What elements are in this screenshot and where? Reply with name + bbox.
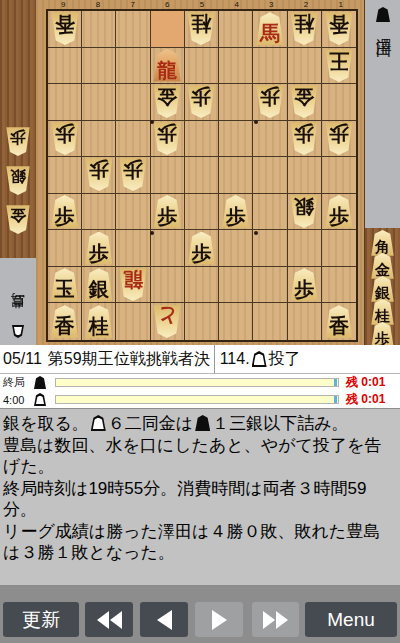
- info-divider: [214, 345, 215, 373]
- gote-player-name: 豊島: [9, 315, 27, 321]
- commentary-panel: 銀を取る。６二同金は１三銀以下詰み。豊島は数回、水を口にしたあと、やがて投了を告…: [0, 408, 400, 585]
- square-84: [82, 121, 116, 158]
- piece-glyph: 歩: [260, 87, 280, 107]
- gote-remaining-time: 残 0:01: [346, 391, 400, 408]
- sente-clock-label: 終局: [0, 375, 34, 390]
- square-53: 歩: [185, 84, 219, 121]
- piece-64: 歩: [152, 122, 182, 155]
- square-26: 銀: [288, 194, 322, 231]
- square-16: 歩: [322, 194, 356, 231]
- sente-remaining-time: 残 0:01: [346, 374, 400, 391]
- square-13: [322, 84, 356, 121]
- file-label: 4: [219, 0, 254, 9]
- square-12: 王: [322, 48, 356, 85]
- piece-26: 銀: [289, 195, 319, 228]
- sente-player-name: 澤田: [373, 26, 394, 34]
- square-78: 龍: [116, 267, 150, 304]
- refresh-button[interactable]: 更新: [3, 602, 79, 637]
- black-piece-icon: [376, 7, 390, 22]
- board-zone: 歩銀金 豊島 987654321 香桂馬桂香龍王金歩歩金歩歩歩歩歩歩歩歩歩銀歩歩…: [0, 0, 400, 345]
- square-79: [116, 303, 150, 340]
- piece-33: 歩: [255, 85, 285, 118]
- sente-player-panel: 澤田: [365, 0, 400, 228]
- white-piece-icon: [252, 351, 267, 367]
- piece-glyph: 桂: [191, 14, 211, 34]
- piece-12: 王: [324, 49, 354, 82]
- piece-glyph: 銀: [89, 279, 109, 299]
- square-89: 桂: [82, 303, 116, 340]
- star-point-2: [254, 120, 258, 124]
- square-18: [322, 267, 356, 304]
- piece-11: 香: [324, 12, 354, 45]
- gote-time-tick: [334, 396, 337, 403]
- piece-87: 歩: [84, 232, 114, 265]
- square-25: [288, 157, 322, 194]
- square-15: [322, 157, 356, 194]
- square-81: [82, 11, 116, 48]
- square-64: 歩: [151, 121, 185, 158]
- forward-button: [195, 602, 243, 637]
- rewind-button[interactable]: [85, 602, 133, 637]
- square-62: 龍: [151, 48, 185, 85]
- square-82: [82, 48, 116, 85]
- commentary-text: 終局時刻は19時55分。消費時間は両者３時間59分。: [3, 479, 367, 520]
- piece-98: 玉: [50, 268, 80, 301]
- square-49: [219, 303, 253, 340]
- piece-glyph: と: [157, 307, 177, 327]
- hand-piece-gote: 金: [5, 205, 31, 234]
- piece-glyph: 歩: [157, 206, 177, 226]
- square-66: 歩: [151, 194, 185, 231]
- square-94: 歩: [48, 121, 82, 158]
- piece-glyph: 歩: [329, 124, 349, 144]
- piece-glyph: 歩: [191, 87, 211, 107]
- arrow-l: [157, 610, 172, 630]
- piece-glyph: 歩: [89, 243, 109, 263]
- piece-glyph: 歩: [55, 206, 75, 226]
- piece-glyph: 歩: [329, 206, 349, 226]
- piece-glyph: 香: [329, 316, 349, 336]
- square-71: [116, 11, 150, 48]
- piece-glyph: 歩: [157, 124, 177, 144]
- square-22: [288, 48, 322, 85]
- square-59: [185, 303, 219, 340]
- square-57: 歩: [185, 230, 219, 267]
- piece-96: 歩: [50, 195, 80, 228]
- commentary-text: 豊島は数回、水を口にしたあと、やがて投了を告げた。: [3, 436, 381, 477]
- square-11: 香: [322, 11, 356, 48]
- piece-21: 桂: [289, 12, 319, 45]
- move-text: 投了: [269, 349, 301, 370]
- file-label: 6: [150, 0, 185, 9]
- file-label: 5: [185, 0, 220, 9]
- back-button[interactable]: [140, 602, 188, 637]
- piece-85: 歩: [84, 158, 114, 191]
- left-icon: [157, 610, 172, 630]
- shogi-piece: 歩: [5, 127, 31, 156]
- piece-69: と: [152, 305, 182, 338]
- square-75: 歩: [116, 157, 150, 194]
- square-77: [116, 230, 150, 267]
- file-label: 3: [254, 0, 289, 9]
- square-93: [48, 84, 82, 121]
- piece-glyph: 龍: [123, 270, 143, 290]
- commentary-line: 銀を取る。６二同金は１三銀以下詰み。: [3, 413, 397, 435]
- sente-time-bar: [55, 378, 339, 387]
- sente-sidebar: 澤田 角金銀桂歩: [364, 0, 400, 345]
- square-74: [116, 121, 150, 158]
- piece-14: 歩: [324, 122, 354, 155]
- white-piece-icon: [34, 393, 46, 406]
- piece-23: 金: [289, 85, 319, 118]
- square-31: 馬: [253, 11, 287, 48]
- double-right-icon: [263, 611, 288, 629]
- commentary-line: 豊島は数回、水を口にしたあと、やがて投了を告げた。: [3, 435, 397, 478]
- square-23: 金: [288, 84, 322, 121]
- square-34: [253, 121, 287, 158]
- square-51: 桂: [185, 11, 219, 48]
- square-41: [219, 11, 253, 48]
- piece-glyph: 香: [55, 316, 75, 336]
- arrow-r: [212, 610, 227, 630]
- shogi-kifu-app: 歩銀金 豊島 987654321 香桂馬桂香龍王金歩歩金歩歩歩歩歩歩歩歩歩銀歩歩…: [0, 0, 400, 643]
- arrow-r: [263, 611, 275, 629]
- square-46: 歩: [219, 194, 253, 231]
- piece-glyph: 歩: [226, 206, 246, 226]
- square-35: [253, 157, 287, 194]
- square-61: [151, 11, 185, 48]
- piece-glyph: 金: [10, 207, 26, 223]
- piece-99: 香: [50, 305, 80, 338]
- sente-player-block: 澤田: [365, 0, 400, 228]
- square-86: [82, 194, 116, 231]
- square-45: [219, 157, 253, 194]
- square-55: [185, 157, 219, 194]
- square-43: [219, 84, 253, 121]
- commentary-text: １三銀以下詰み。: [212, 414, 348, 433]
- star-point-1: [150, 120, 154, 124]
- square-24: 歩: [288, 121, 322, 158]
- gote-clock-row: 4:00 残 0:01: [0, 391, 400, 408]
- square-87: 歩: [82, 230, 116, 267]
- piece-63: 金: [152, 85, 182, 118]
- event-title: 第59期王位戦挑戦者決: [48, 349, 210, 370]
- shogi-piece: 銀: [5, 166, 31, 195]
- piece-78: 龍: [118, 268, 148, 301]
- piece-glyph: 桂: [294, 14, 314, 34]
- square-65: [151, 157, 185, 194]
- white-piece-icon: [12, 325, 24, 338]
- file-labels: 987654321: [46, 0, 358, 9]
- square-69: と: [151, 303, 185, 340]
- square-19: 香: [322, 303, 356, 340]
- right-icon: [212, 610, 227, 630]
- piece-glyph: 玉: [55, 279, 75, 299]
- piece-89: 桂: [84, 305, 114, 338]
- piece-glyph: 歩: [89, 160, 109, 180]
- file-label: 8: [81, 0, 116, 9]
- star-point-4: [254, 231, 258, 235]
- file-label: 9: [46, 0, 81, 9]
- sente-time-tick: [334, 379, 337, 386]
- square-91: 香: [48, 11, 82, 48]
- arrow-l: [110, 611, 122, 629]
- square-32: [253, 48, 287, 85]
- file-label: 2: [289, 0, 324, 9]
- bottom-toolbar: 更新Menu: [0, 585, 400, 643]
- square-63: 金: [151, 84, 185, 121]
- piece-62: 龍: [152, 49, 182, 82]
- square-72: [116, 48, 150, 85]
- square-96: 歩: [48, 194, 82, 231]
- piece-glyph: 歩: [191, 243, 211, 263]
- piece-glyph: 歩: [294, 279, 314, 299]
- square-17: [322, 230, 356, 267]
- square-37: [253, 230, 287, 267]
- hand-piece-gote: 銀: [5, 166, 31, 195]
- piece-glyph: 歩: [123, 160, 143, 180]
- piece-glyph: 金: [294, 87, 314, 107]
- square-36: [253, 194, 287, 231]
- square-99: 香: [48, 303, 82, 340]
- square-68: [151, 267, 185, 304]
- gote-sidebar: 歩銀金 豊島: [0, 0, 37, 345]
- black-piece-icon: [34, 376, 46, 389]
- square-83: [82, 84, 116, 121]
- gote-player-panel: 豊島: [0, 258, 36, 345]
- square-54: [185, 121, 219, 158]
- square-28: 歩: [288, 267, 322, 304]
- commentary-line: 終局時刻は19時55分。消費時間は両者３時間59分。: [3, 478, 397, 521]
- move-number: 114.: [220, 350, 250, 368]
- piece-19: 香: [324, 305, 354, 338]
- square-56: [185, 194, 219, 231]
- square-67: [151, 230, 185, 267]
- commentary-text: ６二同金は: [108, 414, 193, 433]
- piece-88: 銀: [84, 268, 114, 301]
- game-date: 05/11: [0, 350, 48, 368]
- piece-57: 歩: [186, 232, 216, 265]
- piece-glyph: 桂: [89, 316, 109, 336]
- piece-glyph: 香: [329, 14, 349, 34]
- board-panel: 987654321 香桂馬桂香龍王金歩歩金歩歩歩歩歩歩歩歩歩銀歩歩歩玉銀龍歩香桂…: [36, 0, 364, 345]
- black-piece-icon: [195, 415, 210, 431]
- square-52: [185, 48, 219, 85]
- refresh-label: 更新: [22, 607, 60, 633]
- square-97: [48, 230, 82, 267]
- piece-glyph: 馬: [260, 23, 280, 43]
- piece-51: 桂: [186, 12, 216, 45]
- square-47: [219, 230, 253, 267]
- piece-24: 歩: [289, 122, 319, 155]
- piece-glyph: 龍: [157, 60, 177, 80]
- piece-66: 歩: [152, 195, 182, 228]
- commentary-text: 銀を取る。: [3, 414, 89, 433]
- piece-31: 馬: [255, 12, 285, 45]
- board-grid: 香桂馬桂香龍王金歩歩金歩歩歩歩歩歩歩歩歩銀歩歩歩玉銀龍歩香桂と香: [46, 9, 358, 342]
- square-95: [48, 157, 82, 194]
- piece-28: 歩: [289, 268, 319, 301]
- file-label: 7: [115, 0, 150, 9]
- info-bar: 05/11 第59期王位戦挑戦者決 114. 投了: [0, 345, 400, 374]
- piece-glyph: 王: [329, 51, 349, 71]
- piece-glyph: 金: [157, 87, 177, 107]
- piece-16: 歩: [324, 195, 354, 228]
- square-73: [116, 84, 150, 121]
- square-29: [288, 303, 322, 340]
- piece-glyph: 歩: [10, 129, 26, 145]
- square-38: [253, 267, 287, 304]
- square-92: [48, 48, 82, 85]
- sente-clock-row: 終局 残 0:01: [0, 374, 400, 391]
- piece-glyph: 歩: [55, 124, 75, 144]
- piece-glyph: 歩: [294, 124, 314, 144]
- commentary-text: リーグ成績は勝った澤田は４勝０敗、敗れた豊島は３勝１敗となった。: [3, 522, 380, 563]
- piece-91: 香: [50, 12, 80, 45]
- piece-75: 歩: [118, 158, 148, 191]
- square-88: 銀: [82, 267, 116, 304]
- double-left-icon: [97, 611, 122, 629]
- clock-area: 終局 残 0:01 4:00 残 0:01: [0, 374, 400, 408]
- star-point-3: [150, 231, 154, 235]
- square-76: [116, 194, 150, 231]
- square-85: 歩: [82, 157, 116, 194]
- gote-player-block: 豊島: [0, 258, 36, 345]
- square-21: 桂: [288, 11, 322, 48]
- piece-53: 歩: [186, 85, 216, 118]
- square-98: 玉: [48, 267, 82, 304]
- square-14: 歩: [322, 121, 356, 158]
- commentary-line: リーグ成績は勝った澤田は４勝０敗、敗れた豊島は３勝１敗となった。: [3, 521, 397, 564]
- square-27: [288, 230, 322, 267]
- piece-glyph: 香: [55, 14, 75, 34]
- menu-label: Menu: [327, 609, 375, 631]
- file-label: 1: [323, 0, 358, 9]
- gote-time-bar: [55, 395, 339, 404]
- square-39: [253, 303, 287, 340]
- white-piece-icon: [91, 415, 106, 431]
- fast-forward-button: [252, 602, 299, 637]
- menu-button[interactable]: Menu: [305, 602, 397, 637]
- arrow-r: [276, 611, 288, 629]
- square-48: [219, 267, 253, 304]
- gote-clock-label: 4:00: [0, 394, 34, 406]
- piece-94: 歩: [50, 122, 80, 155]
- shogi-piece: 金: [5, 205, 31, 234]
- square-58: [185, 267, 219, 304]
- square-42: [219, 48, 253, 85]
- square-33: 歩: [253, 84, 287, 121]
- hand-piece-gote: 歩: [5, 127, 31, 156]
- piece-46: 歩: [221, 195, 251, 228]
- arrow-l: [97, 611, 109, 629]
- piece-glyph: 銀: [294, 197, 314, 217]
- piece-glyph: 銀: [10, 168, 26, 184]
- square-44: [219, 121, 253, 158]
